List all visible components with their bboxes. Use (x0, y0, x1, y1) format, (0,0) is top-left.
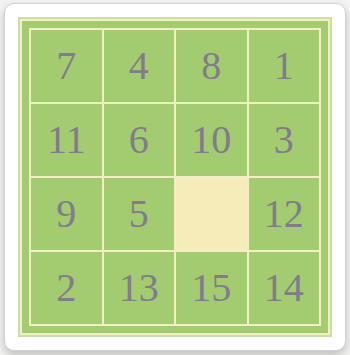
tile-2[interactable]: 2 (31, 252, 102, 324)
tile-15[interactable]: 15 (176, 252, 247, 324)
tile-9[interactable]: 9 (31, 178, 102, 250)
tile-7[interactable]: 7 (31, 30, 102, 102)
tile-13[interactable]: 13 (104, 252, 175, 324)
board-outer-pinstripe: 748111610395122131514 (18, 17, 332, 337)
tile-3[interactable]: 3 (249, 104, 320, 176)
puzzle-grid: 748111610395122131514 (29, 28, 321, 326)
board-frame: 748111610395122131514 (22, 21, 328, 333)
tile-1[interactable]: 1 (249, 30, 320, 102)
tile-8[interactable]: 8 (176, 30, 247, 102)
board-cream-pinstripe: 748111610395122131514 (20, 19, 330, 335)
tile-12[interactable]: 12 (249, 178, 320, 250)
tile-10[interactable]: 10 (176, 104, 247, 176)
puzzle-card: 748111610395122131514 (4, 3, 346, 351)
tile-6[interactable]: 6 (104, 104, 175, 176)
tile-4[interactable]: 4 (104, 30, 175, 102)
tile-11[interactable]: 11 (31, 104, 102, 176)
empty-cell (176, 178, 247, 250)
tile-14[interactable]: 14 (249, 252, 320, 324)
tile-5[interactable]: 5 (104, 178, 175, 250)
